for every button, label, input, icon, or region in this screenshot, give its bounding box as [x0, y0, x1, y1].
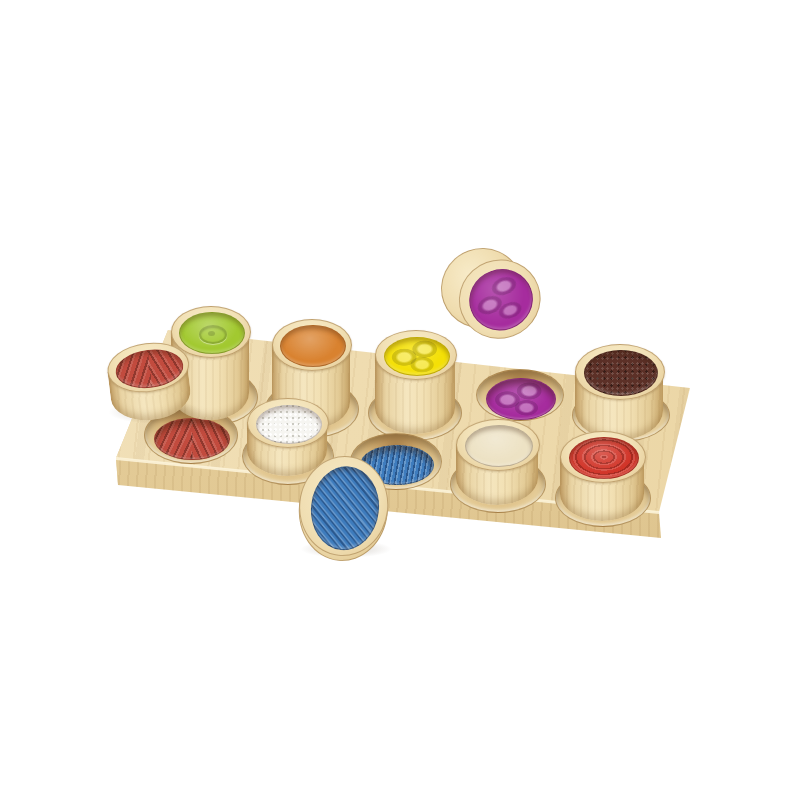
piece-brown[interactable]	[575, 344, 663, 440]
well-r2c1-red-open-texture-disc	[154, 418, 230, 460]
piece-red-chevron-loose[interactable]	[105, 338, 194, 424]
piece-yellow-top	[375, 330, 457, 380]
piece-red-rings-top	[560, 431, 646, 483]
piece-cream-texture-disc	[465, 425, 533, 467]
piece-green-texture-disc	[179, 312, 245, 354]
piece-brown-texture-disc	[584, 350, 658, 396]
piece-orange-texture-disc	[280, 325, 346, 367]
piece-yellow-texture-disc	[384, 337, 450, 376]
tactile-memory-game-photo	[0, 0, 800, 800]
piece-red-rings-texture-disc	[569, 437, 639, 479]
piece-purple-loose-texture-disc	[461, 260, 542, 339]
piece-blue-loose[interactable]	[294, 452, 392, 565]
well-r1c4-purple-open[interactable]	[476, 369, 564, 421]
piece-red-rings[interactable]	[560, 431, 644, 521]
piece-white-top	[247, 398, 329, 448]
piece-yellow[interactable]	[375, 330, 455, 434]
piece-orange-top	[272, 319, 352, 371]
piece-blue-loose-texture-disc	[307, 463, 383, 554]
piece-red-chevron-loose-texture-disc	[113, 345, 185, 391]
piece-brown-top	[575, 344, 665, 400]
piece-white-texture-disc	[256, 405, 322, 444]
piece-cream[interactable]	[456, 419, 538, 505]
piece-cream-top	[456, 419, 540, 471]
well-r1c4-purple-open-texture-disc	[486, 378, 556, 420]
